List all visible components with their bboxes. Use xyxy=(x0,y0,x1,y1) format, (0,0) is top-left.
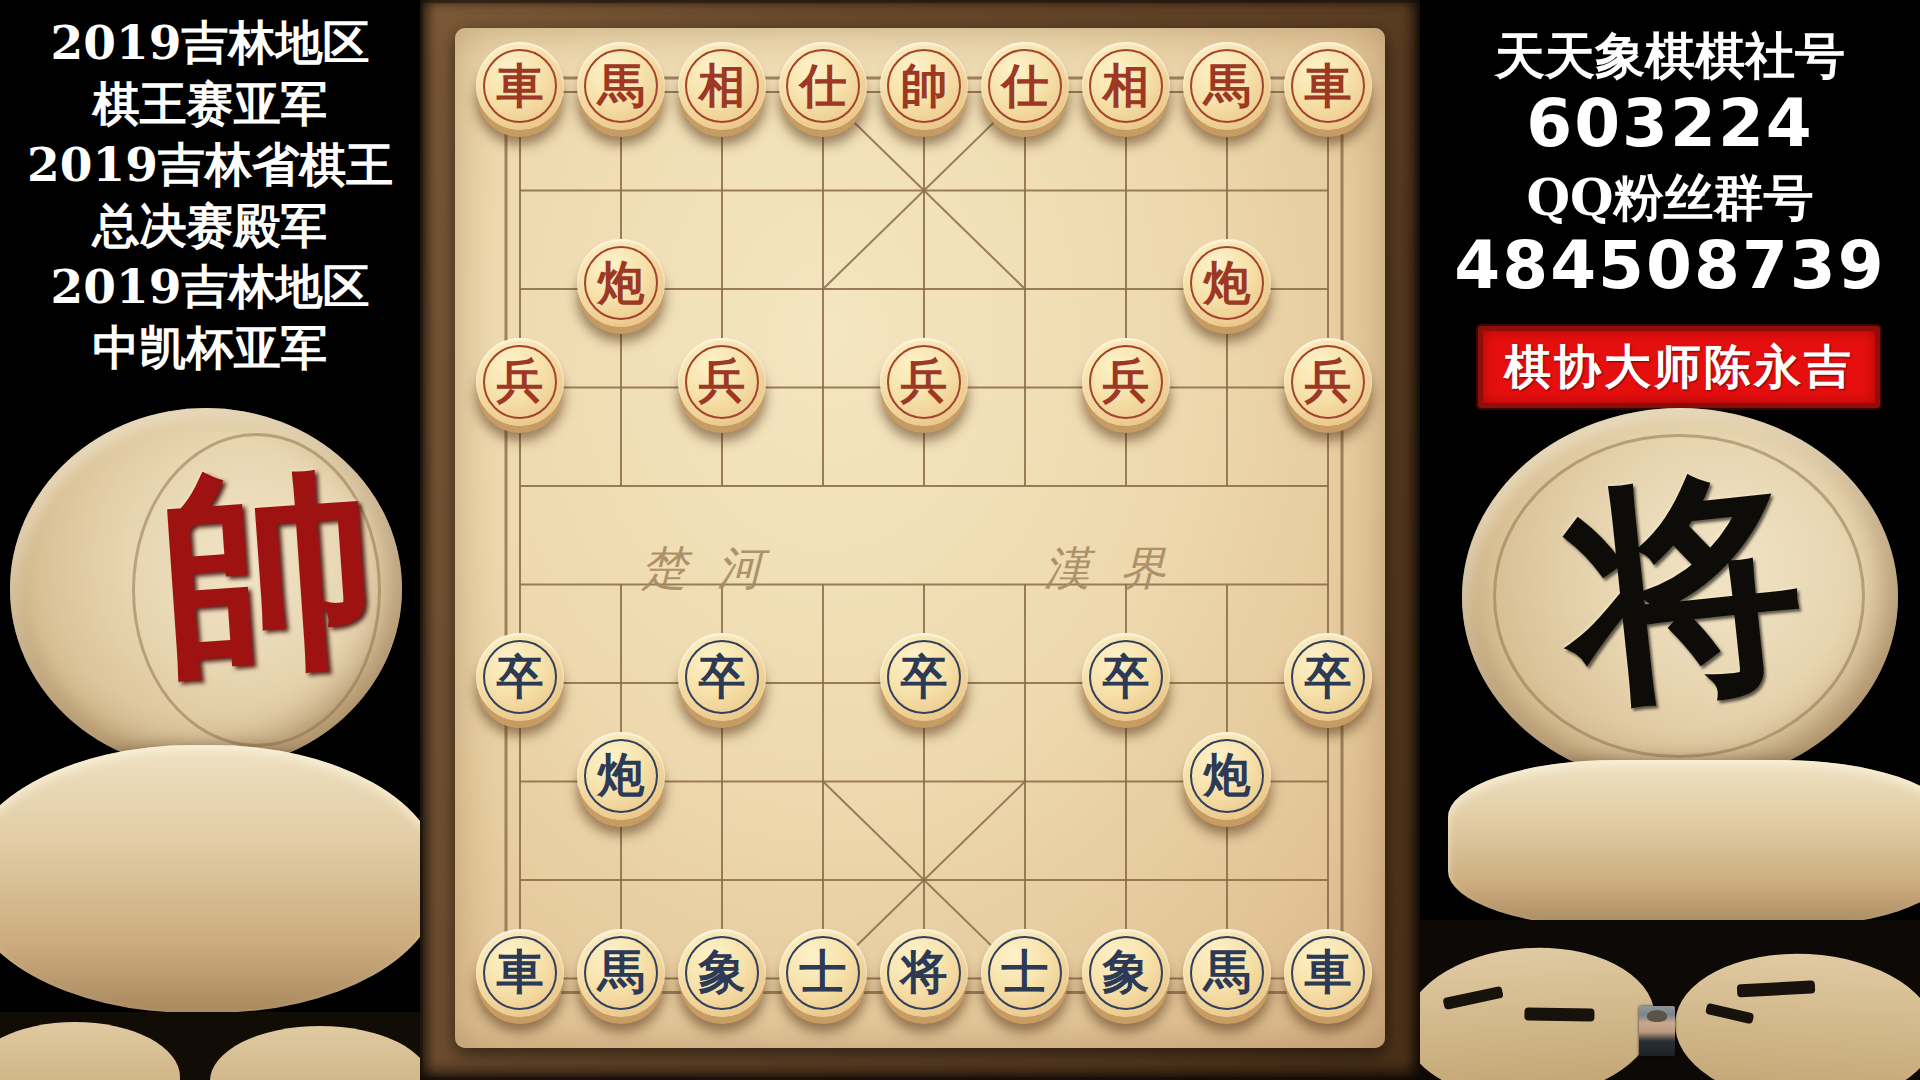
piece-red-兵[interactable]: 兵 xyxy=(678,338,766,426)
master-name: 棋协大师陈永吉 xyxy=(1504,336,1854,399)
piece-glyph: 馬 xyxy=(598,62,645,109)
xiangqi-board[interactable]: 楚河 漢界 xyxy=(455,28,1385,1048)
piece-glyph: 兵 xyxy=(1305,357,1352,404)
piece-red-馬[interactable]: 馬 xyxy=(1183,42,1271,130)
piece-glyph: 士 xyxy=(800,948,847,995)
piece-glyph: 卒 xyxy=(1103,653,1150,700)
achievement-line: 中凯杯亚军 xyxy=(0,317,420,378)
photo-piece-top xyxy=(0,1022,180,1080)
piece-red-炮[interactable]: 炮 xyxy=(1183,239,1271,327)
piece-glyph: 仕 xyxy=(1002,62,1049,109)
piece-glyph: 炮 xyxy=(1204,751,1251,798)
achievement-line: 2019吉林省棋王 xyxy=(0,134,420,195)
piece-glyph: 車 xyxy=(1305,948,1352,995)
piece-red-兵[interactable]: 兵 xyxy=(476,338,564,426)
piece-glyph: 馬 xyxy=(598,948,645,995)
piece-black-馬[interactable]: 馬 xyxy=(1183,929,1271,1017)
right-photo-bottom-strip xyxy=(1420,920,1920,1080)
black-general-character: 将 xyxy=(1555,458,1813,716)
photo-piece-top xyxy=(1671,947,1920,1080)
piece-red-炮[interactable]: 炮 xyxy=(577,239,665,327)
piece-glyph: 車 xyxy=(497,948,544,995)
piece-glyph: 兵 xyxy=(699,357,746,404)
piece-red-車[interactable]: 車 xyxy=(1284,42,1372,130)
piece-red-帥[interactable]: 帥 xyxy=(880,42,968,130)
achievement-line: 2019吉林地区 xyxy=(0,12,420,73)
right-info-panel: 天天象棋棋社号 603224 QQ粉丝群号 484508739 xyxy=(1420,24,1920,302)
piece-black-象[interactable]: 象 xyxy=(1082,929,1170,1017)
piece-black-卒[interactable]: 卒 xyxy=(1284,633,1372,721)
piece-red-仕[interactable]: 仕 xyxy=(779,42,867,130)
piece-glyph: 将 xyxy=(901,948,948,995)
piece-glyph: 士 xyxy=(1002,948,1049,995)
photo-piece-top xyxy=(210,1026,420,1080)
black-general-photo-piece: 将 xyxy=(1462,408,1898,786)
piece-glyph: 兵 xyxy=(1103,357,1150,404)
left-achievement-panel: 2019吉林地区 棋王赛亚军 2019吉林省棋王 总决赛殿军 2019吉林地区 … xyxy=(0,12,420,378)
achievement-line: 总决赛殿军 xyxy=(0,195,420,256)
piece-red-車[interactable]: 車 xyxy=(476,42,564,130)
piece-black-士[interactable]: 士 xyxy=(779,929,867,1017)
piece-black-炮[interactable]: 炮 xyxy=(1183,732,1271,820)
piece-black-士[interactable]: 士 xyxy=(981,929,1069,1017)
piece-red-相[interactable]: 相 xyxy=(678,42,766,130)
piece-red-仕[interactable]: 仕 xyxy=(981,42,1069,130)
piece-glyph: 卒 xyxy=(901,653,948,700)
piece-glyph: 兵 xyxy=(901,357,948,404)
piece-glyph: 馬 xyxy=(1204,948,1251,995)
qq-group-label: QQ粉丝群号 xyxy=(1420,166,1920,230)
river-label-left: 楚河 xyxy=(597,538,837,600)
board-grid xyxy=(455,28,1385,1048)
piece-glyph: 仕 xyxy=(800,62,847,109)
piece-black-卒[interactable]: 卒 xyxy=(476,633,564,721)
piece-black-卒[interactable]: 卒 xyxy=(1082,633,1170,721)
piece-black-象[interactable]: 象 xyxy=(678,929,766,1017)
club-label: 天天象棋棋社号 xyxy=(1420,24,1920,88)
piece-glyph: 帥 xyxy=(901,62,948,109)
piece-black-馬[interactable]: 馬 xyxy=(577,929,665,1017)
piece-glyph: 相 xyxy=(1103,62,1150,109)
streamer-webcam-avatar xyxy=(1639,1006,1675,1056)
piece-black-車[interactable]: 車 xyxy=(476,929,564,1017)
red-general-character: 帥 xyxy=(153,456,382,685)
piece-glyph: 卒 xyxy=(497,653,544,700)
left-photo-bottom-strip xyxy=(0,1012,420,1080)
piece-under-photo xyxy=(1448,760,1920,928)
piece-glyph: 卒 xyxy=(1305,653,1352,700)
piece-glyph: 車 xyxy=(1305,62,1352,109)
piece-glyph: 馬 xyxy=(1204,62,1251,109)
qq-group-number: 484508739 xyxy=(1420,230,1920,302)
piece-red-相[interactable]: 相 xyxy=(1082,42,1170,130)
piece-red-馬[interactable]: 馬 xyxy=(577,42,665,130)
river-label-right: 漢界 xyxy=(1000,538,1240,600)
piece-black-将[interactable]: 将 xyxy=(880,929,968,1017)
piece-red-兵[interactable]: 兵 xyxy=(1284,338,1372,426)
achievement-line: 棋王赛亚军 xyxy=(0,73,420,134)
piece-black-卒[interactable]: 卒 xyxy=(678,633,766,721)
piece-glyph: 卒 xyxy=(699,653,746,700)
photo-piece-top xyxy=(1420,939,1660,1080)
piece-glyph: 炮 xyxy=(598,751,645,798)
piece-glyph: 炮 xyxy=(598,259,645,306)
piece-glyph: 兵 xyxy=(497,357,544,404)
piece-black-炮[interactable]: 炮 xyxy=(577,732,665,820)
piece-under-photo xyxy=(0,745,440,1013)
piece-black-車[interactable]: 車 xyxy=(1284,929,1372,1017)
piece-black-卒[interactable]: 卒 xyxy=(880,633,968,721)
piece-glyph: 車 xyxy=(497,62,544,109)
red-general-photo-piece: 帥 xyxy=(10,408,402,770)
piece-glyph: 象 xyxy=(699,948,746,995)
master-name-badge: 棋协大师陈永吉 xyxy=(1478,326,1880,408)
club-number: 603224 xyxy=(1420,88,1920,160)
stream-frame: 2019吉林地区 棋王赛亚军 2019吉林省棋王 总决赛殿军 2019吉林地区 … xyxy=(0,0,1920,1080)
piece-red-兵[interactable]: 兵 xyxy=(1082,338,1170,426)
piece-glyph: 相 xyxy=(699,62,746,109)
piece-red-兵[interactable]: 兵 xyxy=(880,338,968,426)
piece-glyph: 象 xyxy=(1103,948,1150,995)
piece-glyph: 炮 xyxy=(1204,259,1251,306)
achievement-line: 2019吉林地区 xyxy=(0,256,420,317)
xiangqi-board-frame: 楚河 漢界 xyxy=(420,0,1420,1080)
